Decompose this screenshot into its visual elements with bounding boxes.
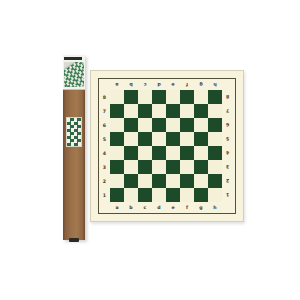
tube-label	[63, 55, 85, 90]
square-g7	[194, 104, 208, 118]
square-a8	[110, 90, 124, 104]
coord-label: b	[126, 203, 137, 212]
coord-label: d	[154, 80, 165, 89]
square-f1	[180, 188, 194, 202]
coord-label: 3	[100, 162, 109, 173]
coord-label: a	[112, 203, 123, 212]
square-c6	[138, 118, 152, 132]
coord-label: 1	[223, 190, 232, 201]
square-h2	[208, 174, 222, 188]
coord-label: 4	[223, 148, 232, 159]
coord-label: 6	[100, 120, 109, 131]
square-f5	[180, 132, 194, 146]
square-d2	[152, 174, 166, 188]
square-d8	[152, 90, 166, 104]
coord-label: 2	[100, 176, 109, 187]
square-e4	[166, 146, 180, 160]
coord-label: 8	[223, 92, 232, 103]
square-a5	[110, 132, 124, 146]
square-c7	[138, 104, 152, 118]
square-c1	[138, 188, 152, 202]
square-c2	[138, 174, 152, 188]
square-g6	[194, 118, 208, 132]
square-f2	[180, 174, 194, 188]
coord-label: 6	[223, 120, 232, 131]
square-a3	[110, 160, 124, 174]
square-b4	[124, 146, 138, 160]
square-b3	[124, 160, 138, 174]
square-c3	[138, 160, 152, 174]
coord-label: f	[182, 203, 193, 212]
square-d7	[152, 104, 166, 118]
file-labels-bottom: abcdefgh	[110, 202, 222, 213]
square-c4	[138, 146, 152, 160]
square-b7	[124, 104, 138, 118]
tube-label-chessboard-image	[64, 62, 84, 87]
square-a4	[110, 146, 124, 160]
square-e8	[166, 90, 180, 104]
coord-label: a	[112, 80, 123, 89]
square-e1	[166, 188, 180, 202]
square-d3	[152, 160, 166, 174]
square-a7	[110, 104, 124, 118]
square-d1	[152, 188, 166, 202]
square-b2	[124, 174, 138, 188]
square-h1	[208, 188, 222, 202]
square-d5	[152, 132, 166, 146]
coord-label: 4	[100, 148, 109, 159]
coord-label: 3	[223, 162, 232, 173]
square-f8	[180, 90, 194, 104]
square-g4	[194, 146, 208, 160]
square-d6	[152, 118, 166, 132]
rank-labels-left: 87654321	[99, 90, 110, 202]
square-e5	[166, 132, 180, 146]
square-c8	[138, 90, 152, 104]
square-h5	[208, 132, 222, 146]
coord-label: h	[210, 80, 221, 89]
square-g3	[194, 160, 208, 174]
coord-label: 1	[100, 190, 109, 201]
square-a2	[110, 174, 124, 188]
square-c5	[138, 132, 152, 146]
square-b1	[124, 188, 138, 202]
square-e7	[166, 104, 180, 118]
square-b6	[124, 118, 138, 132]
coord-label: 8	[100, 92, 109, 103]
coord-label: g	[196, 203, 207, 212]
coord-label: f	[182, 80, 193, 89]
square-h7	[208, 104, 222, 118]
square-b8	[124, 90, 138, 104]
tube-end-cap	[69, 238, 79, 242]
square-e3	[166, 160, 180, 174]
coord-label: b	[126, 80, 137, 89]
tube-label-photo	[64, 62, 84, 87]
product-photo: abcdefgh abcdefgh 87654321 87654321	[0, 0, 300, 300]
packaging-tube	[63, 55, 85, 240]
chess-board: abcdefgh abcdefgh 87654321 87654321	[90, 70, 244, 222]
tube-label-brand-bar	[64, 57, 82, 60]
square-f7	[180, 104, 194, 118]
rank-labels-right: 87654321	[222, 90, 233, 202]
coord-label: e	[168, 203, 179, 212]
square-f4	[180, 146, 194, 160]
board-grid	[110, 90, 222, 202]
square-f6	[180, 118, 194, 132]
coord-label: h	[210, 203, 221, 212]
square-h4	[208, 146, 222, 160]
square-a6	[110, 118, 124, 132]
square-f3	[180, 160, 194, 174]
tube-checkered-sticker	[66, 117, 82, 147]
coord-label: 5	[223, 134, 232, 145]
square-g5	[194, 132, 208, 146]
coord-label: g	[196, 80, 207, 89]
square-e2	[166, 174, 180, 188]
coord-label: 7	[223, 106, 232, 117]
coord-label: d	[154, 203, 165, 212]
coord-label: c	[140, 203, 151, 212]
square-h8	[208, 90, 222, 104]
file-labels-top: abcdefgh	[110, 79, 222, 90]
square-e6	[166, 118, 180, 132]
coord-label: 2	[223, 176, 232, 187]
square-h6	[208, 118, 222, 132]
square-a1	[110, 188, 124, 202]
square-h3	[208, 160, 222, 174]
square-d4	[152, 146, 166, 160]
square-g8	[194, 90, 208, 104]
square-g1	[194, 188, 208, 202]
square-g2	[194, 174, 208, 188]
coord-label: c	[140, 80, 151, 89]
square-b5	[124, 132, 138, 146]
coord-label: 5	[100, 134, 109, 145]
coord-label: 7	[100, 106, 109, 117]
coord-label: e	[168, 80, 179, 89]
